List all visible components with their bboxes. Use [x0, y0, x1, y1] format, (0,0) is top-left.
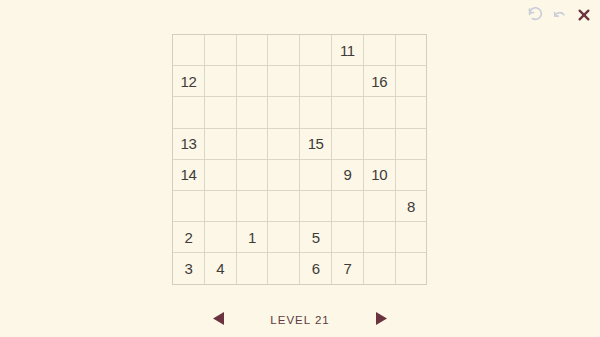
grid-cell-r2c2[interactable]: [205, 66, 236, 96]
grid-cell-r2c7[interactable]: 16: [364, 66, 395, 96]
grid-cell-r1c7[interactable]: [364, 35, 395, 65]
grid-cell-r4c7[interactable]: [364, 129, 395, 159]
grid-cell-r6c1[interactable]: [173, 191, 204, 221]
grid-cell-r3c5[interactable]: [300, 97, 331, 127]
grid-cell-r3c1[interactable]: [173, 97, 204, 127]
grid-cell-r3c7[interactable]: [364, 97, 395, 127]
grid-cell-r7c2[interactable]: [205, 222, 236, 252]
grid-cell-r4c1[interactable]: 13: [173, 129, 204, 159]
level-label: LEVEL 21: [270, 314, 329, 326]
grid-cell-r1c1[interactable]: [173, 35, 204, 65]
grid-cell-r2c8[interactable]: [396, 66, 427, 96]
grid-cell-r7c7[interactable]: [364, 222, 395, 252]
grid-cell-r5c5[interactable]: [300, 160, 331, 190]
grid-cell-r8c7[interactable]: [364, 253, 395, 283]
grid-cell-r1c3[interactable]: [237, 35, 268, 65]
grid-cell-r8c8[interactable]: [396, 253, 427, 283]
grid-cell-r1c8[interactable]: [396, 35, 427, 65]
grid-cell-r6c5[interactable]: [300, 191, 331, 221]
grid-cell-r5c8[interactable]: [396, 160, 427, 190]
grid-cell-r3c2[interactable]: [205, 97, 236, 127]
grid-cell-r8c5[interactable]: 6: [300, 253, 331, 283]
grid-cell-r3c8[interactable]: [396, 97, 427, 127]
toolbar: [527, 6, 592, 23]
grid-cell-r7c1[interactable]: 2: [173, 222, 204, 252]
grid-cell-r8c1[interactable]: 3: [173, 253, 204, 283]
undo-icon: [552, 7, 567, 22]
grid-cell-r3c6[interactable]: [332, 97, 363, 127]
grid-cell-r2c4[interactable]: [268, 66, 299, 96]
previous-level-button[interactable]: [211, 310, 226, 330]
game-screen: 11121613151491082153467 LEVEL 21: [0, 0, 600, 337]
puzzle-grid: 11121613151491082153467: [172, 34, 427, 285]
previous-level-arrow-icon: [213, 312, 224, 328]
grid-cell-r8c2[interactable]: 4: [205, 253, 236, 283]
grid-cell-r7c3[interactable]: 1: [237, 222, 268, 252]
grid-cell-r5c4[interactable]: [268, 160, 299, 190]
restart-button[interactable]: [527, 6, 544, 23]
grid-cell-r4c3[interactable]: [237, 129, 268, 159]
undo-button[interactable]: [551, 6, 568, 23]
grid-cell-r2c3[interactable]: [237, 66, 268, 96]
grid-cell-r3c3[interactable]: [237, 97, 268, 127]
grid-cell-r8c4[interactable]: [268, 253, 299, 283]
grid-cell-r2c1[interactable]: 12: [173, 66, 204, 96]
next-level-button[interactable]: [374, 310, 389, 330]
grid-cell-r6c4[interactable]: [268, 191, 299, 221]
grid-cell-r1c6[interactable]: 11: [332, 35, 363, 65]
grid-cell-r7c4[interactable]: [268, 222, 299, 252]
grid-cell-r6c2[interactable]: [205, 191, 236, 221]
grid-cell-r7c5[interactable]: 5: [300, 222, 331, 252]
grid-cell-r5c2[interactable]: [205, 160, 236, 190]
grid-cell-r8c3[interactable]: [237, 253, 268, 283]
grid-cell-r4c8[interactable]: [396, 129, 427, 159]
grid-cell-r4c2[interactable]: [205, 129, 236, 159]
close-button[interactable]: [575, 6, 592, 23]
next-level-arrow-icon: [376, 312, 387, 328]
grid-cell-r4c4[interactable]: [268, 129, 299, 159]
grid-cell-r4c5[interactable]: 15: [300, 129, 331, 159]
grid-cell-r6c7[interactable]: [364, 191, 395, 221]
grid-cell-r5c3[interactable]: [237, 160, 268, 190]
grid-cell-r2c6[interactable]: [332, 66, 363, 96]
grid-cell-r3c4[interactable]: [268, 97, 299, 127]
grid-cell-r6c6[interactable]: [332, 191, 363, 221]
close-icon: [577, 8, 591, 22]
grid-cell-r5c1[interactable]: 14: [173, 160, 204, 190]
grid-cell-r1c5[interactable]: [300, 35, 331, 65]
grid-cell-r1c2[interactable]: [205, 35, 236, 65]
grid-cell-r6c8[interactable]: 8: [396, 191, 427, 221]
grid-cell-r6c3[interactable]: [237, 191, 268, 221]
grid-cell-r8c6[interactable]: 7: [332, 253, 363, 283]
grid-cell-r7c6[interactable]: [332, 222, 363, 252]
grid-cell-r4c6[interactable]: [332, 129, 363, 159]
restart-icon: [528, 7, 543, 22]
level-nav: LEVEL 21: [0, 310, 600, 330]
grid-cell-r5c6[interactable]: 9: [332, 160, 363, 190]
grid-cell-r1c4[interactable]: [268, 35, 299, 65]
grid-cell-r2c5[interactable]: [300, 66, 331, 96]
grid-cell-r5c7[interactable]: 10: [364, 160, 395, 190]
grid-cell-r7c8[interactable]: [396, 222, 427, 252]
